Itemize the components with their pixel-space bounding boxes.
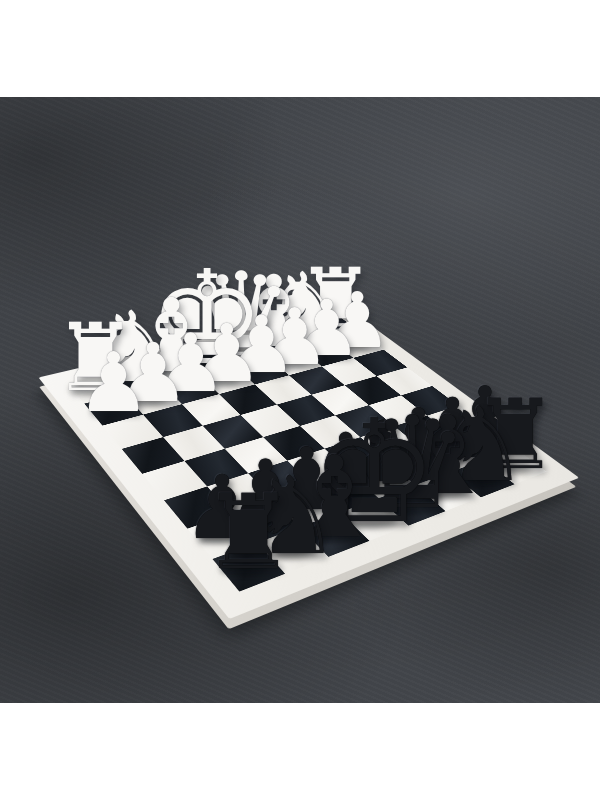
photo-canvas: ♜♞♝♚♛♝♞♜♟♟♟♟♟♟♟♟♟♟♟♟♟♟♟♟♜♞♝♚♛♝♞♜ [0,0,600,800]
chess-board [38,306,579,619]
top-margin [0,0,600,97]
bottom-margin [0,703,600,800]
slate-surface: ♜♞♝♚♛♝♞♜♟♟♟♟♟♟♟♟♟♟♟♟♟♟♟♟♜♞♝♚♛♝♞♜ [0,97,600,703]
